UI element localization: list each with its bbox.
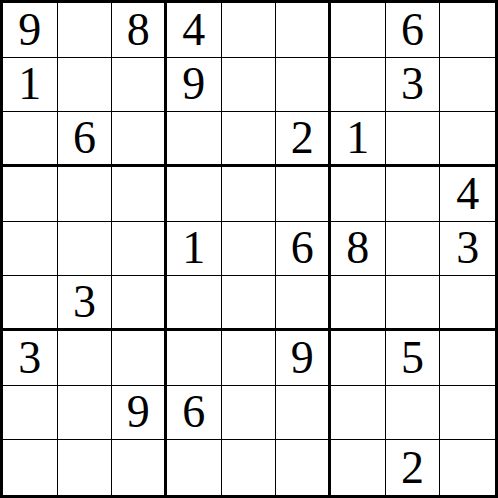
empty-cell-r9c1[interactable] [3,440,58,495]
empty-cell-r2c6[interactable] [276,58,331,113]
empty-cell-r6c6[interactable] [276,276,331,331]
empty-cell-r2c9[interactable] [440,58,495,113]
empty-cell-r7c5[interactable] [222,331,277,386]
given-cell-r2c8: 3 [386,58,441,113]
given-cell-r7c8: 5 [386,331,441,386]
given-cell-r1c8: 6 [386,3,441,58]
given-cell-r1c3: 8 [112,3,167,58]
empty-cell-r3c9[interactable] [440,112,495,167]
given-cell-r2c4: 9 [167,58,222,113]
given-cell-r3c2: 6 [58,112,113,167]
sudoku-board: 9846193621416833395962 [0,0,498,498]
given-cell-r5c4: 1 [167,222,222,277]
empty-cell-r4c5[interactable] [222,167,277,222]
empty-cell-r8c2[interactable] [58,386,113,441]
empty-cell-r3c3[interactable] [112,112,167,167]
empty-cell-r5c1[interactable] [3,222,58,277]
empty-cell-r2c7[interactable] [331,58,386,113]
empty-cell-r9c9[interactable] [440,440,495,495]
given-cell-r9c8: 2 [386,440,441,495]
empty-cell-r9c6[interactable] [276,440,331,495]
empty-cell-r1c5[interactable] [222,3,277,58]
empty-cell-r2c5[interactable] [222,58,277,113]
empty-cell-r8c8[interactable] [386,386,441,441]
empty-cell-r6c7[interactable] [331,276,386,331]
empty-cell-r9c4[interactable] [167,440,222,495]
empty-cell-r1c9[interactable] [440,3,495,58]
empty-cell-r7c9[interactable] [440,331,495,386]
empty-cell-r4c7[interactable] [331,167,386,222]
given-cell-r3c7: 1 [331,112,386,167]
given-cell-r8c4: 6 [167,386,222,441]
given-cell-r4c9: 4 [440,167,495,222]
empty-cell-r6c1[interactable] [3,276,58,331]
empty-cell-r3c8[interactable] [386,112,441,167]
empty-cell-r5c5[interactable] [222,222,277,277]
empty-cell-r4c6[interactable] [276,167,331,222]
empty-cell-r8c7[interactable] [331,386,386,441]
empty-cell-r5c8[interactable] [386,222,441,277]
empty-cell-r3c1[interactable] [3,112,58,167]
empty-cell-r3c4[interactable] [167,112,222,167]
empty-cell-r9c3[interactable] [112,440,167,495]
given-cell-r5c6: 6 [276,222,331,277]
empty-cell-r4c1[interactable] [3,167,58,222]
empty-cell-r6c3[interactable] [112,276,167,331]
empty-cell-r4c3[interactable] [112,167,167,222]
empty-cell-r6c5[interactable] [222,276,277,331]
empty-cell-r3c5[interactable] [222,112,277,167]
empty-cell-r1c6[interactable] [276,3,331,58]
given-cell-r7c6: 9 [276,331,331,386]
given-cell-r7c1: 3 [3,331,58,386]
empty-cell-r6c4[interactable] [167,276,222,331]
empty-cell-r5c2[interactable] [58,222,113,277]
empty-cell-r1c2[interactable] [58,3,113,58]
empty-cell-r7c7[interactable] [331,331,386,386]
given-cell-r1c1: 9 [3,3,58,58]
empty-cell-r9c5[interactable] [222,440,277,495]
empty-cell-r4c4[interactable] [167,167,222,222]
empty-cell-r8c6[interactable] [276,386,331,441]
empty-cell-r1c7[interactable] [331,3,386,58]
empty-cell-r6c9[interactable] [440,276,495,331]
given-cell-r2c1: 1 [3,58,58,113]
given-cell-r5c9: 3 [440,222,495,277]
empty-cell-r4c2[interactable] [58,167,113,222]
empty-cell-r5c3[interactable] [112,222,167,277]
empty-cell-r8c9[interactable] [440,386,495,441]
empty-cell-r2c3[interactable] [112,58,167,113]
empty-cell-r6c8[interactable] [386,276,441,331]
empty-cell-r7c3[interactable] [112,331,167,386]
empty-cell-r2c2[interactable] [58,58,113,113]
given-cell-r5c7: 8 [331,222,386,277]
empty-cell-r8c5[interactable] [222,386,277,441]
empty-cell-r7c2[interactable] [58,331,113,386]
given-cell-r8c3: 9 [112,386,167,441]
given-cell-r3c6: 2 [276,112,331,167]
empty-cell-r9c7[interactable] [331,440,386,495]
empty-cell-r9c2[interactable] [58,440,113,495]
given-cell-r6c2: 3 [58,276,113,331]
empty-cell-r7c4[interactable] [167,331,222,386]
given-cell-r1c4: 4 [167,3,222,58]
empty-cell-r8c1[interactable] [3,386,58,441]
empty-cell-r4c8[interactable] [386,167,441,222]
